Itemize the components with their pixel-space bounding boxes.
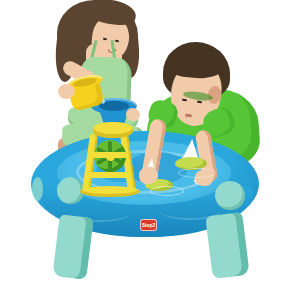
water-ripple xyxy=(150,186,184,196)
girl-eye-left xyxy=(103,38,107,41)
water-ripple xyxy=(178,168,216,178)
step2-logo-badge: Step2 xyxy=(140,219,157,231)
table-leg-right xyxy=(205,212,249,279)
tower-base xyxy=(80,186,140,197)
girl-hand-on-cup xyxy=(58,84,75,99)
girl-eye-right xyxy=(115,40,119,43)
table-leg-left xyxy=(52,214,93,280)
teal-accent-sliver xyxy=(32,177,43,201)
tower-platform xyxy=(93,122,133,138)
scene-water-play-table: Step2 xyxy=(0,0,290,290)
tower-rung xyxy=(92,152,128,158)
tower-rung xyxy=(89,172,131,178)
